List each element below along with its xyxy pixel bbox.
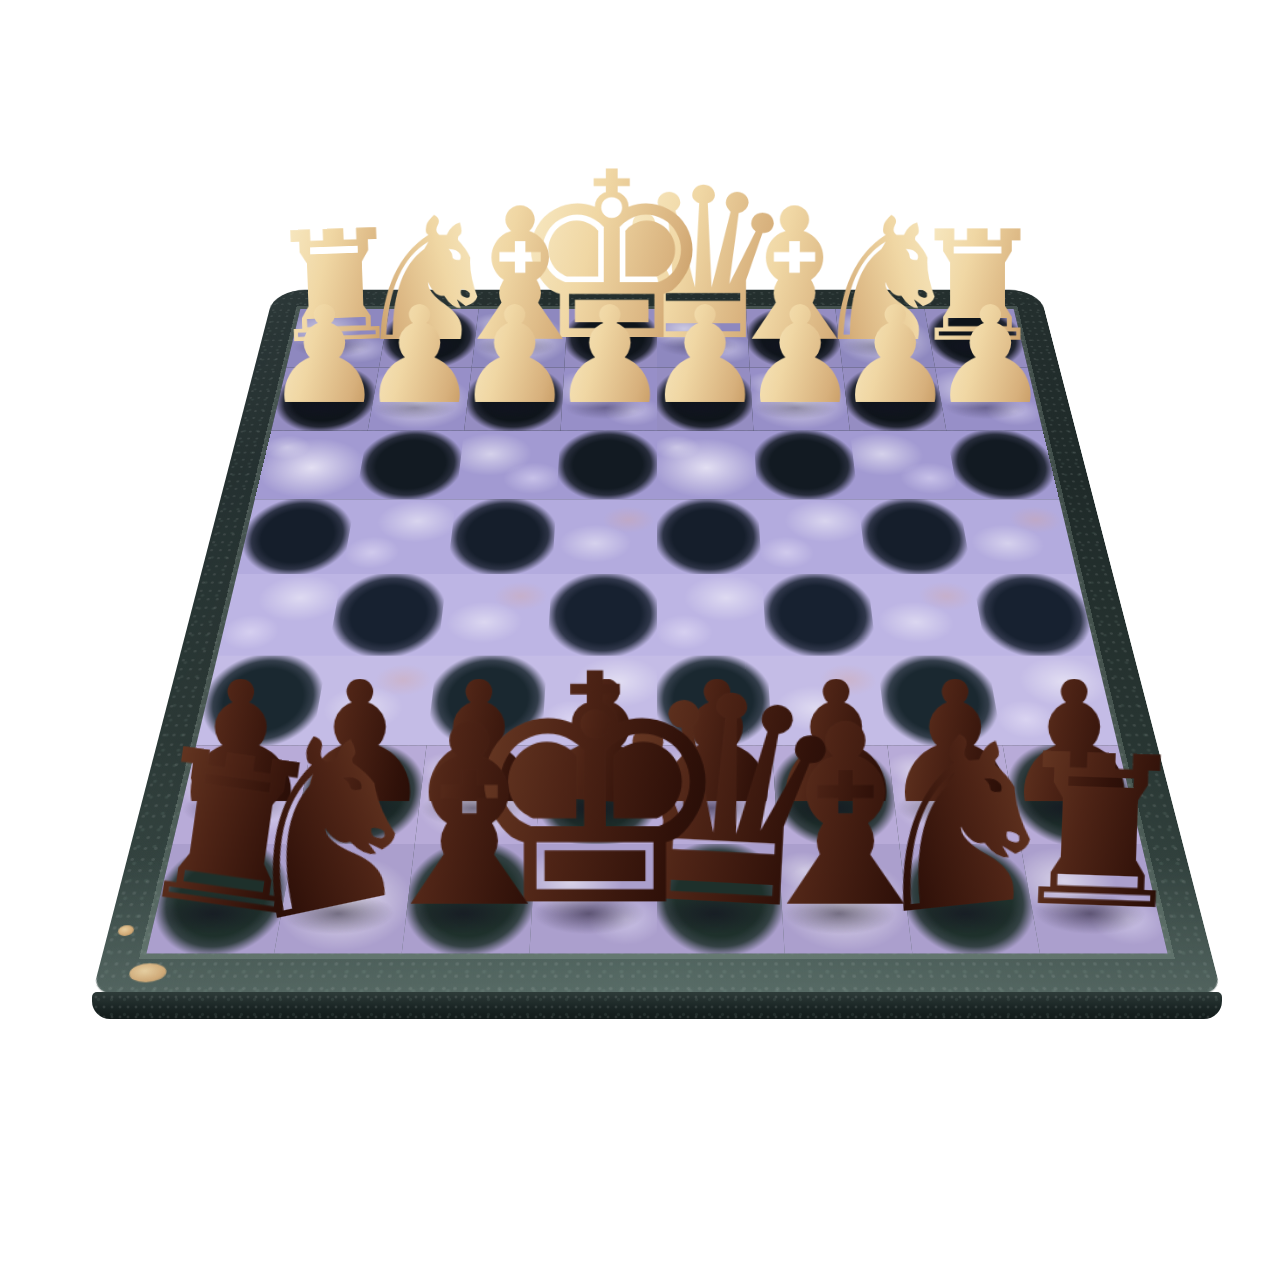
board-front-edge [92, 992, 1222, 1019]
chess-photo-scene: ♜♞♝♚♛♝♞♜♟♟♟♟♟♟♟♟♟♟♟♟♟♟♟♟♜♞♝♚♛♝♞♜ [0, 0, 1280, 1280]
square-h5[interactable] [218, 574, 342, 656]
piece-black-rook-h8[interactable]: ♜ [126, 741, 334, 928]
square-a5[interactable] [972, 574, 1096, 656]
rim-chip-small [117, 925, 135, 936]
square-a8[interactable]: ♜ [1020, 844, 1167, 953]
rim-chip-large [127, 963, 168, 982]
square-f8[interactable]: ♝ [402, 844, 536, 953]
square-c8[interactable]: ♝ [778, 844, 912, 953]
square-g5[interactable] [327, 574, 447, 656]
chess-board: ♜♞♝♚♛♝♞♜♟♟♟♟♟♟♟♟♟♟♟♟♟♟♟♟♜♞♝♚♛♝♞♜ [92, 290, 1222, 994]
piece-black-rook-a8[interactable]: ♜ [1002, 749, 1195, 918]
piece-black-bishop-f8[interactable]: ♝ [357, 719, 582, 915]
square-h8[interactable]: ♜ [146, 844, 293, 953]
square-b5[interactable] [867, 574, 987, 656]
piece-black-bishop-c8[interactable]: ♝ [733, 719, 958, 915]
